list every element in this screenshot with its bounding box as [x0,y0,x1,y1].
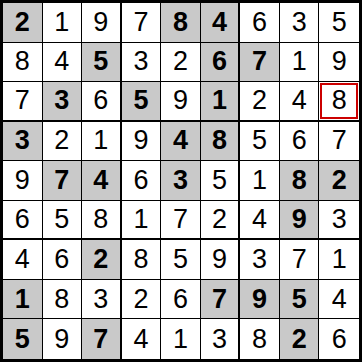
cell-r5c3[interactable]: 4 [82,161,122,201]
cell-r2c9[interactable]: 9 [319,43,359,83]
cell-r2c8[interactable]: 1 [280,43,320,83]
cell-r3c7[interactable]: 2 [240,82,280,122]
cell-r4c2[interactable]: 2 [43,122,83,162]
cell-r6c7[interactable]: 4 [240,201,280,241]
cell-r4c4[interactable]: 9 [122,122,162,162]
cell-r2c5[interactable]: 2 [161,43,201,83]
cell-r3c8[interactable]: 4 [280,82,320,122]
cell-r4c7[interactable]: 5 [240,122,280,162]
cell-r9c4[interactable]: 4 [122,319,162,359]
cell-r9c7[interactable]: 8 [240,319,280,359]
cell-r5c1[interactable]: 9 [3,161,43,201]
cell-r8c1[interactable]: 1 [3,280,43,320]
cell-r9c9[interactable]: 6 [319,319,359,359]
cell-r7c3[interactable]: 2 [82,240,122,280]
cell-r9c8[interactable]: 2 [280,319,320,359]
cell-r3c2[interactable]: 3 [43,82,83,122]
cell-r2c1[interactable]: 8 [3,43,43,83]
cell-r3c9[interactable]: 8 [319,82,359,122]
cell-r5c6[interactable]: 5 [201,161,241,201]
cell-r6c6[interactable]: 2 [201,201,241,241]
cell-r7c1[interactable]: 4 [3,240,43,280]
cell-r4c8[interactable]: 6 [280,122,320,162]
cell-r7c2[interactable]: 6 [43,240,83,280]
cell-r4c3[interactable]: 1 [82,122,122,162]
cell-r7c4[interactable]: 8 [122,240,162,280]
cell-r3c4[interactable]: 5 [122,82,162,122]
cell-r4c9[interactable]: 7 [319,122,359,162]
cell-r8c5[interactable]: 6 [161,280,201,320]
cell-r4c5[interactable]: 4 [161,122,201,162]
cell-r3c6[interactable]: 1 [201,82,241,122]
cell-r1c3[interactable]: 9 [82,3,122,43]
cell-r7c6[interactable]: 9 [201,240,241,280]
cell-r8c3[interactable]: 3 [82,280,122,320]
cell-r8c4[interactable]: 2 [122,280,162,320]
cell-r1c8[interactable]: 3 [280,3,320,43]
cell-r7c5[interactable]: 5 [161,240,201,280]
cell-r5c5[interactable]: 3 [161,161,201,201]
cell-r8c9[interactable]: 4 [319,280,359,320]
cell-r6c2[interactable]: 5 [43,201,83,241]
cell-r8c8[interactable]: 5 [280,280,320,320]
cell-r8c7[interactable]: 9 [240,280,280,320]
cell-r4c6[interactable]: 8 [201,122,241,162]
cell-r6c5[interactable]: 7 [161,201,201,241]
cell-r1c9[interactable]: 5 [319,3,359,43]
cell-r6c3[interactable]: 8 [82,201,122,241]
cell-r9c5[interactable]: 1 [161,319,201,359]
cell-r1c1[interactable]: 2 [3,3,43,43]
cell-r1c4[interactable]: 7 [122,3,162,43]
cell-r3c1[interactable]: 7 [3,82,43,122]
cell-r6c8[interactable]: 9 [280,201,320,241]
sudoku-board: 2197846358453267197365912483219485679746… [0,0,362,362]
cell-r5c2[interactable]: 7 [43,161,83,201]
cell-r8c2[interactable]: 8 [43,280,83,320]
cell-r5c8[interactable]: 8 [280,161,320,201]
cell-r3c3[interactable]: 6 [82,82,122,122]
cell-r2c4[interactable]: 3 [122,43,162,83]
cell-r1c5[interactable]: 8 [161,3,201,43]
cell-r1c7[interactable]: 6 [240,3,280,43]
cell-r7c9[interactable]: 1 [319,240,359,280]
cell-r9c6[interactable]: 3 [201,319,241,359]
cell-r6c9[interactable]: 3 [319,201,359,241]
cell-r5c4[interactable]: 6 [122,161,162,201]
cell-r6c1[interactable]: 6 [3,201,43,241]
cell-r2c3[interactable]: 5 [82,43,122,83]
cell-r6c4[interactable]: 1 [122,201,162,241]
cell-r7c7[interactable]: 3 [240,240,280,280]
cell-r2c2[interactable]: 4 [43,43,83,83]
cell-r9c2[interactable]: 9 [43,319,83,359]
cell-r1c6[interactable]: 4 [201,3,241,43]
cell-r8c6[interactable]: 7 [201,280,241,320]
cell-r2c6[interactable]: 6 [201,43,241,83]
cell-r7c8[interactable]: 7 [280,240,320,280]
cell-r5c7[interactable]: 1 [240,161,280,201]
cell-r1c2[interactable]: 1 [43,3,83,43]
cell-r9c1[interactable]: 5 [3,319,43,359]
cell-r5c9[interactable]: 2 [319,161,359,201]
cell-r2c7[interactable]: 7 [240,43,280,83]
cell-r9c3[interactable]: 7 [82,319,122,359]
cell-r4c1[interactable]: 3 [3,122,43,162]
cell-r3c5[interactable]: 9 [161,82,201,122]
